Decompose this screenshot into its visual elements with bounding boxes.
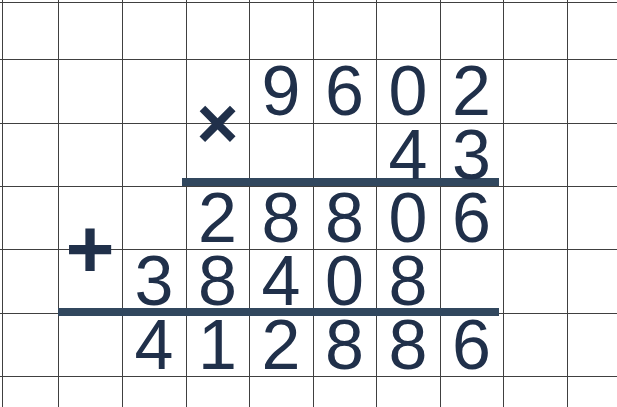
grid-line-vertical <box>2 0 3 407</box>
grid-line-vertical <box>186 0 187 407</box>
grid-line-horizontal <box>0 59 617 60</box>
grid-line-vertical <box>249 0 250 407</box>
multiply-sign: × <box>196 87 238 159</box>
grid-line-vertical <box>503 0 504 407</box>
grid-line-vertical <box>122 0 123 407</box>
digit-cell-r5c7: 6 <box>452 310 491 380</box>
grid-line-vertical <box>313 0 314 407</box>
digit-cell-r3c7: 6 <box>452 183 491 253</box>
digit-cell-r5c6: 8 <box>389 310 428 380</box>
grid-line-vertical <box>567 0 568 407</box>
grid-line-vertical <box>440 0 441 407</box>
grid-line-horizontal <box>0 123 617 124</box>
grid-line-horizontal <box>0 376 617 377</box>
plus-sign: + <box>65 207 114 291</box>
grid-line-horizontal <box>0 186 617 187</box>
digit-cell-r1c5: 6 <box>325 56 364 126</box>
digit-cell-r5c5: 8 <box>325 310 364 380</box>
digit-cell-r5c4: 2 <box>262 310 301 380</box>
grid-line-vertical <box>376 0 377 407</box>
digit-cell-r5c3: 1 <box>198 310 237 380</box>
grid-line-vertical <box>58 0 59 407</box>
digit-cell-r1c4: 9 <box>262 56 301 126</box>
grid-line-horizontal <box>0 2 617 3</box>
digit-cell-r5c2: 4 <box>135 310 174 380</box>
multiplication-worksheet: 9602×4328806+38408412886 <box>0 0 617 407</box>
